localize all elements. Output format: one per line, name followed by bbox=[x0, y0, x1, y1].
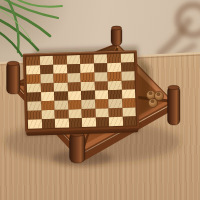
board-square bbox=[53, 55, 67, 64]
board-square bbox=[121, 71, 135, 80]
board-square bbox=[26, 65, 40, 74]
board-square bbox=[80, 64, 94, 73]
board-square bbox=[40, 65, 54, 74]
board-square bbox=[109, 108, 123, 117]
board-square bbox=[41, 119, 55, 128]
board-square bbox=[28, 119, 42, 128]
board-square bbox=[108, 81, 122, 90]
board-square bbox=[95, 117, 109, 126]
board-square bbox=[95, 99, 109, 108]
board-square bbox=[108, 99, 122, 108]
board-square bbox=[40, 83, 54, 92]
board-square bbox=[94, 63, 108, 72]
board-square bbox=[66, 55, 80, 64]
board-square bbox=[107, 63, 121, 72]
board-square bbox=[68, 100, 82, 109]
corner-peg-right bbox=[168, 85, 181, 125]
board-square bbox=[108, 90, 122, 99]
board-square bbox=[67, 64, 81, 73]
board-square bbox=[82, 118, 96, 127]
board-square bbox=[55, 109, 69, 118]
board-square bbox=[80, 73, 94, 82]
board-square bbox=[40, 74, 54, 83]
board-square bbox=[82, 109, 96, 118]
board-square bbox=[67, 73, 81, 82]
board-square bbox=[67, 82, 81, 91]
board-shadow-in-tray bbox=[138, 55, 152, 118]
board-square bbox=[26, 56, 40, 65]
corner-peg-left bbox=[7, 61, 21, 94]
stored-pawn-cap bbox=[157, 92, 161, 96]
board-square bbox=[94, 72, 108, 81]
board-square bbox=[39, 56, 53, 65]
board-square bbox=[93, 54, 107, 63]
stored-pawn-cap bbox=[149, 91, 153, 95]
board-square bbox=[95, 108, 109, 117]
board-square bbox=[80, 55, 94, 64]
board-square bbox=[68, 118, 82, 127]
board-square bbox=[27, 92, 41, 101]
board-square bbox=[122, 116, 136, 125]
board-square bbox=[81, 100, 95, 109]
board-square bbox=[94, 90, 108, 99]
board-square bbox=[28, 110, 42, 119]
board-square bbox=[107, 54, 121, 63]
board-square bbox=[68, 91, 82, 100]
photo-scene bbox=[0, 0, 200, 200]
board-square bbox=[27, 101, 41, 110]
board-square bbox=[41, 92, 55, 101]
board-square bbox=[81, 82, 95, 91]
board-square bbox=[109, 117, 123, 126]
board-square bbox=[27, 83, 41, 92]
corner-peg-top bbox=[111, 26, 122, 45]
board-square bbox=[121, 62, 135, 71]
board-square bbox=[68, 109, 82, 118]
board-square bbox=[94, 81, 108, 90]
board-square bbox=[41, 110, 55, 119]
board-square bbox=[53, 73, 67, 82]
chess-board bbox=[23, 50, 139, 132]
board-square bbox=[54, 82, 68, 91]
board-grid bbox=[26, 53, 136, 128]
plant bbox=[0, 0, 62, 56]
board-square bbox=[120, 53, 134, 62]
board-square bbox=[107, 72, 121, 81]
board-square bbox=[54, 91, 68, 100]
board-square bbox=[122, 98, 136, 107]
stored-pawn-cap bbox=[151, 99, 155, 103]
corner-peg-bottom bbox=[70, 131, 86, 163]
board-square bbox=[55, 118, 69, 127]
board-square bbox=[121, 80, 135, 89]
board-square bbox=[81, 91, 95, 100]
board-square bbox=[41, 101, 55, 110]
board-square bbox=[121, 89, 135, 98]
wall-shadow bbox=[158, 5, 200, 57]
board-square bbox=[26, 74, 40, 83]
board-square bbox=[122, 107, 136, 116]
board-square bbox=[53, 64, 67, 73]
board-square bbox=[54, 100, 68, 109]
